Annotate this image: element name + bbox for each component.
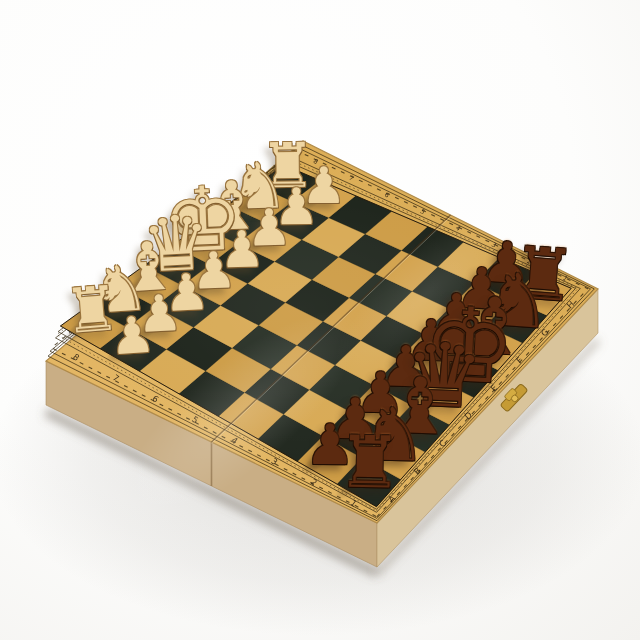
pieces-layer: ♜♟♞♟♝♟♚♟♛♟♟♝♜♟♟♞♞♜♟♟♝♟♟♚♟♛♟♝♟♞♟♜ bbox=[0, 0, 640, 640]
piece-light-pawn-a7[interactable]: ♟ bbox=[103, 309, 162, 363]
piece-dark-rook-a1[interactable]: ♜ bbox=[330, 426, 410, 499]
chess-set-photo: AABBCCDDEEFFGGHH1122334455667788 ♜♟♞♟♝♟♚… bbox=[0, 0, 640, 640]
